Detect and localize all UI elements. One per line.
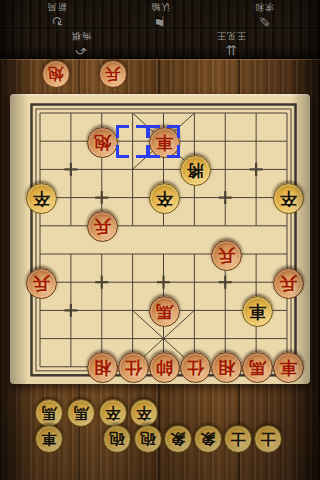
piece-black-將[interactable]: 將 — [180, 155, 211, 186]
piece-red-相[interactable]: 相 — [211, 352, 242, 383]
undo-button[interactable]: ↶ 悔棋 — [43, 30, 119, 57]
piece-black-象[interactable]: 象 — [164, 425, 192, 453]
piece-black-士[interactable]: 士 — [224, 425, 252, 453]
kings-face-off-button[interactable]: ⇊ 王见王 — [193, 30, 269, 57]
pen-icon: ✎ — [258, 12, 270, 28]
piece-red-兵[interactable]: 兵 — [273, 268, 304, 299]
piece-black-象[interactable]: 象 — [194, 425, 222, 453]
piece-red-仕[interactable]: 仕 — [180, 352, 211, 383]
piece-black-車[interactable]: 車 — [35, 425, 63, 453]
piece-black-馬[interactable]: 馬 — [35, 399, 63, 427]
resign-button[interactable]: ⚑ 认输 — [122, 1, 198, 28]
flag-icon: ⚑ — [154, 12, 167, 28]
piece-black-車[interactable]: 車 — [242, 296, 273, 327]
piece-black-砲[interactable]: 砲 — [103, 425, 131, 453]
piece-red-兵[interactable]: 兵 — [99, 60, 127, 88]
refresh-icon: ↻ — [51, 12, 63, 28]
piece-black-士[interactable]: 士 — [254, 425, 282, 453]
piece-black-卒[interactable]: 卒 — [149, 183, 180, 214]
new-game-label: 新局 — [47, 2, 67, 12]
piece-black-卒[interactable]: 卒 — [130, 399, 158, 427]
xiangqi-app-screen: ↻ 新局 ⚑ 认输 ✎ 求和 ↶ 悔棋 ⇊ 王见王 炮兵 炮車將卒卒卒兵兵兵兵馬… — [0, 0, 320, 480]
piece-red-兵[interactable]: 兵 — [211, 240, 242, 271]
double-down-icon: ⇊ — [225, 41, 237, 57]
piece-red-兵[interactable]: 兵 — [26, 268, 57, 299]
piece-red-馬[interactable]: 馬 — [149, 296, 180, 327]
board[interactable]: 炮車將卒卒卒兵兵兵兵馬車相仕帥仕相馬車 — [10, 94, 310, 384]
toolbar: ↻ 新局 ⚑ 认输 ✎ 求和 ↶ 悔棋 ⇊ 王见王 — [0, 0, 320, 59]
kings-face-off-label: 王见王 — [216, 31, 246, 41]
piece-red-馬[interactable]: 馬 — [242, 352, 273, 383]
piece-red-炮[interactable]: 炮 — [87, 127, 118, 158]
undo-icon: ↶ — [75, 41, 87, 57]
piece-black-砲[interactable]: 砲 — [134, 425, 162, 453]
piece-red-炮[interactable]: 炮 — [42, 60, 70, 88]
piece-black-卒[interactable]: 卒 — [26, 183, 57, 214]
undo-label: 悔棋 — [71, 31, 91, 41]
piece-red-車[interactable]: 車 — [273, 352, 304, 383]
piece-black-卒[interactable]: 卒 — [99, 399, 127, 427]
piece-red-車[interactable]: 車 — [149, 127, 180, 158]
new-game-button[interactable]: ↻ 新局 — [19, 1, 95, 28]
piece-black-馬[interactable]: 馬 — [67, 399, 95, 427]
resign-label: 认输 — [150, 2, 170, 12]
draw-label: 求和 — [254, 2, 274, 12]
piece-black-卒[interactable]: 卒 — [273, 183, 304, 214]
draw-button[interactable]: ✎ 求和 — [226, 1, 302, 28]
